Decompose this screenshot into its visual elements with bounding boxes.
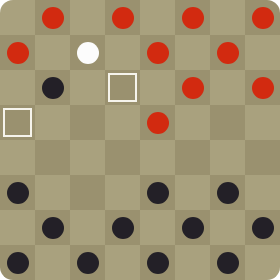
square-h1[interactable]: [245, 245, 280, 280]
square-a4[interactable]: [0, 140, 35, 175]
red-piece[interactable]: [147, 112, 169, 134]
square-f5[interactable]: [175, 105, 210, 140]
square-h5[interactable]: [245, 105, 280, 140]
square-e1[interactable]: [140, 245, 175, 280]
white-marker-piece[interactable]: [77, 42, 99, 64]
square-c1[interactable]: [70, 245, 105, 280]
square-d5[interactable]: [105, 105, 140, 140]
black-piece[interactable]: [7, 182, 29, 204]
square-a5[interactable]: [0, 105, 35, 140]
square-b7[interactable]: [35, 35, 70, 70]
black-piece[interactable]: [42, 77, 64, 99]
square-c4[interactable]: [70, 140, 105, 175]
square-c3[interactable]: [70, 175, 105, 210]
red-piece[interactable]: [147, 42, 169, 64]
square-b1[interactable]: [35, 245, 70, 280]
square-a7[interactable]: [0, 35, 35, 70]
square-b5[interactable]: [35, 105, 70, 140]
square-d3[interactable]: [105, 175, 140, 210]
black-piece[interactable]: [147, 182, 169, 204]
square-e2[interactable]: [140, 210, 175, 245]
square-e3[interactable]: [140, 175, 175, 210]
checkers-board: [0, 0, 280, 280]
red-piece[interactable]: [7, 42, 29, 64]
red-piece[interactable]: [252, 77, 274, 99]
square-h7[interactable]: [245, 35, 280, 70]
red-piece[interactable]: [217, 42, 239, 64]
black-piece[interactable]: [252, 217, 274, 239]
square-d8[interactable]: [105, 0, 140, 35]
square-d7[interactable]: [105, 35, 140, 70]
square-d6[interactable]: [105, 70, 140, 105]
red-piece[interactable]: [182, 7, 204, 29]
square-d2[interactable]: [105, 210, 140, 245]
square-f3[interactable]: [175, 175, 210, 210]
square-a1[interactable]: [0, 245, 35, 280]
square-f4[interactable]: [175, 140, 210, 175]
square-e5[interactable]: [140, 105, 175, 140]
square-g5[interactable]: [210, 105, 245, 140]
square-b8[interactable]: [35, 0, 70, 35]
black-piece[interactable]: [77, 252, 99, 274]
square-f1[interactable]: [175, 245, 210, 280]
square-e6[interactable]: [140, 70, 175, 105]
black-piece[interactable]: [112, 217, 134, 239]
square-b4[interactable]: [35, 140, 70, 175]
square-b6[interactable]: [35, 70, 70, 105]
square-a6[interactable]: [0, 70, 35, 105]
square-g7[interactable]: [210, 35, 245, 70]
highlight-square-outline: [108, 73, 137, 102]
square-e4[interactable]: [140, 140, 175, 175]
square-c8[interactable]: [70, 0, 105, 35]
square-g3[interactable]: [210, 175, 245, 210]
square-d4[interactable]: [105, 140, 140, 175]
square-f2[interactable]: [175, 210, 210, 245]
square-e8[interactable]: [140, 0, 175, 35]
square-b3[interactable]: [35, 175, 70, 210]
black-piece[interactable]: [182, 217, 204, 239]
red-piece[interactable]: [182, 77, 204, 99]
black-piece[interactable]: [217, 182, 239, 204]
black-piece[interactable]: [217, 252, 239, 274]
red-piece[interactable]: [42, 7, 64, 29]
square-d1[interactable]: [105, 245, 140, 280]
square-h4[interactable]: [245, 140, 280, 175]
square-c2[interactable]: [70, 210, 105, 245]
red-piece[interactable]: [252, 7, 274, 29]
square-b2[interactable]: [35, 210, 70, 245]
square-c5[interactable]: [70, 105, 105, 140]
square-g4[interactable]: [210, 140, 245, 175]
black-piece[interactable]: [7, 252, 29, 274]
square-e7[interactable]: [140, 35, 175, 70]
square-h6[interactable]: [245, 70, 280, 105]
square-c7[interactable]: [70, 35, 105, 70]
square-f6[interactable]: [175, 70, 210, 105]
square-h3[interactable]: [245, 175, 280, 210]
square-a3[interactable]: [0, 175, 35, 210]
black-piece[interactable]: [42, 217, 64, 239]
red-piece[interactable]: [112, 7, 134, 29]
square-f7[interactable]: [175, 35, 210, 70]
black-piece[interactable]: [147, 252, 169, 274]
square-f8[interactable]: [175, 0, 210, 35]
square-g8[interactable]: [210, 0, 245, 35]
square-h2[interactable]: [245, 210, 280, 245]
square-g6[interactable]: [210, 70, 245, 105]
square-g1[interactable]: [210, 245, 245, 280]
highlight-square-outline: [3, 108, 32, 137]
square-a2[interactable]: [0, 210, 35, 245]
square-h8[interactable]: [245, 0, 280, 35]
square-a8[interactable]: [0, 0, 35, 35]
square-c6[interactable]: [70, 70, 105, 105]
square-g2[interactable]: [210, 210, 245, 245]
